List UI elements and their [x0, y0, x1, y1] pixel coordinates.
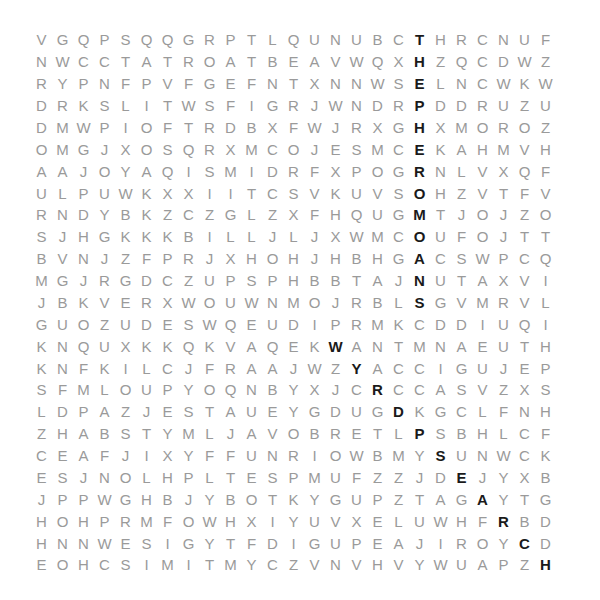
grid-cell-r11c5[interactable]: Z [115, 248, 136, 270]
grid-cell-r21c19[interactable]: J [409, 467, 430, 489]
grid-cell-r1c12[interactable]: L [262, 29, 283, 51]
grid-cell-r14c20[interactable]: D [430, 313, 451, 335]
grid-cell-r5c10[interactable]: D [220, 117, 241, 139]
grid-cell-r22c17[interactable]: P [367, 488, 388, 510]
grid-cell-r8c18[interactable]: S [388, 182, 409, 204]
grid-cell-r11c18[interactable]: G [388, 248, 409, 270]
grid-cell-r14c23[interactable]: U [493, 313, 514, 335]
grid-cell-r17c20[interactable]: A [430, 379, 451, 401]
grid-cell-r8c21[interactable]: Z [451, 182, 472, 204]
grid-cell-r22c20[interactable]: A [430, 488, 451, 510]
grid-cell-r25c21[interactable]: U [451, 554, 472, 576]
grid-cell-r24c11[interactable]: F [241, 532, 262, 554]
grid-cell-r5c25[interactable]: Z [535, 117, 556, 139]
grid-cell-r22c15[interactable]: G [325, 488, 346, 510]
grid-cell-r12c19[interactable]: N [409, 270, 430, 292]
grid-cell-r21c4[interactable]: N [94, 467, 115, 489]
grid-cell-r13c8[interactable]: W [178, 292, 199, 314]
grid-cell-r3c10[interactable]: E [220, 73, 241, 95]
grid-cell-r8c6[interactable]: K [136, 182, 157, 204]
grid-cell-r15c3[interactable]: Q [73, 335, 94, 357]
grid-cell-r11c14[interactable]: J [304, 248, 325, 270]
grid-cell-r12c1[interactable]: M [31, 270, 52, 292]
grid-cell-r23c10[interactable]: H [220, 510, 241, 532]
grid-cell-r16c10[interactable]: R [220, 357, 241, 379]
grid-cell-r1c8[interactable]: G [178, 29, 199, 51]
grid-cell-r20c3[interactable]: A [73, 445, 94, 467]
grid-cell-r19c11[interactable]: A [241, 423, 262, 445]
grid-cell-r14c10[interactable]: Q [220, 313, 241, 335]
grid-cell-r4c4[interactable]: S [94, 95, 115, 117]
grid-cell-r24c12[interactable]: D [262, 532, 283, 554]
grid-cell-r1c15[interactable]: N [325, 29, 346, 51]
grid-cell-r19c9[interactable]: L [199, 423, 220, 445]
grid-cell-r7c23[interactable]: X [493, 160, 514, 182]
grid-cell-r5c6[interactable]: O [136, 117, 157, 139]
grid-cell-r6c15[interactable]: E [325, 138, 346, 160]
grid-cell-r15c4[interactable]: U [94, 335, 115, 357]
grid-cell-r13c24[interactable]: V [514, 292, 535, 314]
grid-cell-r24c3[interactable]: N [73, 532, 94, 554]
grid-cell-r13c12[interactable]: N [262, 292, 283, 314]
grid-cell-r16c14[interactable]: W [304, 357, 325, 379]
grid-cell-r9c7[interactable]: Z [157, 204, 178, 226]
grid-cell-r17c8[interactable]: Y [178, 379, 199, 401]
grid-cell-r15c8[interactable]: Q [178, 335, 199, 357]
grid-cell-r3c16[interactable]: N [346, 73, 367, 95]
grid-cell-r11c12[interactable]: O [262, 248, 283, 270]
grid-cell-r1c20[interactable]: H [430, 29, 451, 51]
grid-cell-r24c24[interactable]: C [514, 532, 535, 554]
grid-cell-r4c17[interactable]: D [367, 95, 388, 117]
grid-cell-r14c9[interactable]: W [199, 313, 220, 335]
grid-cell-r6c2[interactable]: M [52, 138, 73, 160]
grid-cell-r4c25[interactable]: U [535, 95, 556, 117]
grid-cell-r16c11[interactable]: A [241, 357, 262, 379]
grid-cell-r10c4[interactable]: G [94, 226, 115, 248]
grid-cell-r9c6[interactable]: K [136, 204, 157, 226]
grid-cell-r3c3[interactable]: P [73, 73, 94, 95]
grid-cell-r20c25[interactable]: K [535, 445, 556, 467]
grid-cell-r13c3[interactable]: K [73, 292, 94, 314]
grid-cell-r15c21[interactable]: A [451, 335, 472, 357]
grid-cell-r13c4[interactable]: V [94, 292, 115, 314]
grid-cell-r12c23[interactable]: X [493, 270, 514, 292]
grid-cell-r12c9[interactable]: U [199, 270, 220, 292]
grid-cell-r5c16[interactable]: R [346, 117, 367, 139]
grid-cell-r21c14[interactable]: M [304, 467, 325, 489]
grid-cell-r23c5[interactable]: R [115, 510, 136, 532]
grid-cell-r12c10[interactable]: P [220, 270, 241, 292]
grid-cell-r21c11[interactable]: E [241, 467, 262, 489]
grid-cell-r3c9[interactable]: G [199, 73, 220, 95]
grid-cell-r8c9[interactable]: I [199, 182, 220, 204]
grid-cell-r23c17[interactable]: E [367, 510, 388, 532]
grid-cell-r20c20[interactable]: S [430, 445, 451, 467]
grid-cell-r25c20[interactable]: W [430, 554, 451, 576]
grid-cell-r16c21[interactable]: G [451, 357, 472, 379]
grid-cell-r19c7[interactable]: Y [157, 423, 178, 445]
grid-cell-r1c9[interactable]: R [199, 29, 220, 51]
grid-cell-r17c24[interactable]: X [514, 379, 535, 401]
grid-cell-r21c15[interactable]: U [325, 467, 346, 489]
grid-cell-r19c5[interactable]: S [115, 423, 136, 445]
grid-cell-r21c24[interactable]: X [514, 467, 535, 489]
grid-cell-r15c16[interactable]: A [346, 335, 367, 357]
grid-cell-r3c19[interactable]: E [409, 73, 430, 95]
grid-cell-r12c8[interactable]: Z [178, 270, 199, 292]
grid-cell-r13c20[interactable]: G [430, 292, 451, 314]
grid-cell-r17c16[interactable]: C [346, 379, 367, 401]
grid-cell-r13c15[interactable]: J [325, 292, 346, 314]
grid-cell-r6c4[interactable]: J [94, 138, 115, 160]
grid-cell-r3c15[interactable]: N [325, 73, 346, 95]
grid-cell-r17c3[interactable]: M [73, 379, 94, 401]
grid-cell-r13c10[interactable]: U [220, 292, 241, 314]
grid-cell-r18c11[interactable]: U [241, 401, 262, 423]
grid-cell-r2c16[interactable]: W [346, 51, 367, 73]
grid-cell-r12c21[interactable]: T [451, 270, 472, 292]
grid-cell-r21c20[interactable]: D [430, 467, 451, 489]
grid-cell-r11c10[interactable]: X [220, 248, 241, 270]
grid-cell-r4c13[interactable]: R [283, 95, 304, 117]
grid-cell-r20c19[interactable]: Y [409, 445, 430, 467]
grid-cell-r2c14[interactable]: A [304, 51, 325, 73]
grid-cell-r12c15[interactable]: B [325, 270, 346, 292]
grid-cell-r9c12[interactable]: Z [262, 204, 283, 226]
grid-cell-r22c21[interactable]: G [451, 488, 472, 510]
grid-cell-r4c18[interactable]: R [388, 95, 409, 117]
grid-cell-r25c7[interactable]: M [157, 554, 178, 576]
grid-cell-r22c18[interactable]: Z [388, 488, 409, 510]
grid-cell-r15c2[interactable]: N [52, 335, 73, 357]
grid-cell-r10c2[interactable]: J [52, 226, 73, 248]
grid-cell-r22c6[interactable]: H [136, 488, 157, 510]
grid-cell-r11c13[interactable]: H [283, 248, 304, 270]
grid-cell-r25c22[interactable]: A [472, 554, 493, 576]
grid-cell-r19c13[interactable]: O [283, 423, 304, 445]
grid-cell-r4c11[interactable]: I [241, 95, 262, 117]
grid-cell-r13c2[interactable]: B [52, 292, 73, 314]
grid-cell-r4c7[interactable]: T [157, 95, 178, 117]
grid-cell-r9c10[interactable]: G [220, 204, 241, 226]
grid-cell-r4c3[interactable]: K [73, 95, 94, 117]
grid-cell-r21c9[interactable]: L [199, 467, 220, 489]
grid-cell-r25c16[interactable]: V [346, 554, 367, 576]
grid-cell-r4c8[interactable]: W [178, 95, 199, 117]
grid-cell-r5c20[interactable]: X [430, 117, 451, 139]
grid-cell-r17c17[interactable]: R [367, 379, 388, 401]
grid-cell-r10c16[interactable]: W [346, 226, 367, 248]
grid-cell-r10c20[interactable]: U [430, 226, 451, 248]
grid-cell-r2c18[interactable]: X [388, 51, 409, 73]
grid-cell-r2c20[interactable]: Z [430, 51, 451, 73]
grid-cell-r23c12[interactable]: I [262, 510, 283, 532]
grid-cell-r9c16[interactable]: Q [346, 204, 367, 226]
grid-cell-r7c10[interactable]: M [220, 160, 241, 182]
grid-cell-r22c12[interactable]: T [262, 488, 283, 510]
grid-cell-r3c25[interactable]: W [535, 73, 556, 95]
grid-cell-r8c1[interactable]: U [31, 182, 52, 204]
grid-cell-r9c13[interactable]: X [283, 204, 304, 226]
grid-cell-r8c4[interactable]: U [94, 182, 115, 204]
grid-cell-r22c9[interactable]: Y [199, 488, 220, 510]
grid-cell-r16c12[interactable]: A [262, 357, 283, 379]
grid-cell-r9c20[interactable]: T [430, 204, 451, 226]
grid-cell-r9c24[interactable]: Z [514, 204, 535, 226]
grid-cell-r5c15[interactable]: J [325, 117, 346, 139]
grid-cell-r19c3[interactable]: A [73, 423, 94, 445]
grid-cell-r25c1[interactable]: E [31, 554, 52, 576]
grid-cell-r24c19[interactable]: J [409, 532, 430, 554]
grid-cell-r5c19[interactable]: H [409, 117, 430, 139]
grid-cell-r18c13[interactable]: Y [283, 401, 304, 423]
grid-cell-r11c2[interactable]: V [52, 248, 73, 270]
grid-cell-r19c21[interactable]: B [451, 423, 472, 445]
grid-cell-r18c18[interactable]: D [388, 401, 409, 423]
grid-cell-r23c15[interactable]: V [325, 510, 346, 532]
grid-cell-r23c16[interactable]: X [346, 510, 367, 532]
grid-cell-r1c5[interactable]: S [115, 29, 136, 51]
grid-cell-r6c21[interactable]: A [451, 138, 472, 160]
grid-cell-r10c11[interactable]: L [241, 226, 262, 248]
grid-cell-r25c6[interactable]: I [136, 554, 157, 576]
grid-cell-r20c24[interactable]: C [514, 445, 535, 467]
grid-cell-r11c19[interactable]: A [409, 248, 430, 270]
grid-cell-r2c8[interactable]: R [178, 51, 199, 73]
grid-cell-r8c5[interactable]: W [115, 182, 136, 204]
grid-cell-r20c4[interactable]: F [94, 445, 115, 467]
grid-cell-r20c18[interactable]: M [388, 445, 409, 467]
grid-cell-r3c24[interactable]: K [514, 73, 535, 95]
grid-cell-r24c7[interactable]: I [157, 532, 178, 554]
grid-cell-r14c5[interactable]: U [115, 313, 136, 335]
grid-cell-r15c19[interactable]: M [409, 335, 430, 357]
grid-cell-r7c6[interactable]: A [136, 160, 157, 182]
grid-cell-r11c17[interactable]: H [367, 248, 388, 270]
grid-cell-r8c23[interactable]: T [493, 182, 514, 204]
grid-cell-r5c11[interactable]: B [241, 117, 262, 139]
grid-cell-r2c7[interactable]: T [157, 51, 178, 73]
grid-cell-r10c6[interactable]: K [136, 226, 157, 248]
grid-cell-r24c9[interactable]: Y [199, 532, 220, 554]
grid-cell-r3c1[interactable]: R [31, 73, 52, 95]
grid-cell-r20c8[interactable]: Y [178, 445, 199, 467]
grid-cell-r7c21[interactable]: L [451, 160, 472, 182]
grid-cell-r16c13[interactable]: J [283, 357, 304, 379]
grid-cell-r1c16[interactable]: U [346, 29, 367, 51]
grid-cell-r7c12[interactable]: D [262, 160, 283, 182]
grid-cell-r16c9[interactable]: F [199, 357, 220, 379]
grid-cell-r9c25[interactable]: O [535, 204, 556, 226]
grid-cell-r7c11[interactable]: I [241, 160, 262, 182]
grid-cell-r17c11[interactable]: N [241, 379, 262, 401]
grid-cell-r1c14[interactable]: U [304, 29, 325, 51]
grid-cell-r17c15[interactable]: J [325, 379, 346, 401]
grid-cell-r20c6[interactable]: I [136, 445, 157, 467]
grid-cell-r6c3[interactable]: G [73, 138, 94, 160]
grid-cell-r24c6[interactable]: S [136, 532, 157, 554]
grid-cell-r24c23[interactable]: Y [493, 532, 514, 554]
grid-cell-r12c22[interactable]: A [472, 270, 493, 292]
grid-cell-r4c1[interactable]: D [31, 95, 52, 117]
grid-cell-r12c4[interactable]: R [94, 270, 115, 292]
grid-cell-r9c21[interactable]: J [451, 204, 472, 226]
grid-cell-r16c25[interactable]: P [535, 357, 556, 379]
grid-cell-r2c4[interactable]: C [94, 51, 115, 73]
grid-cell-r6c7[interactable]: S [157, 138, 178, 160]
grid-cell-r6c18[interactable]: C [388, 138, 409, 160]
grid-cell-r20c11[interactable]: U [241, 445, 262, 467]
grid-cell-r19c17[interactable]: T [367, 423, 388, 445]
grid-cell-r5c17[interactable]: X [367, 117, 388, 139]
grid-cell-r23c8[interactable]: O [178, 510, 199, 532]
grid-cell-r20c23[interactable]: W [493, 445, 514, 467]
grid-cell-r11c24[interactable]: C [514, 248, 535, 270]
grid-cell-r6c13[interactable]: O [283, 138, 304, 160]
grid-cell-r22c22[interactable]: A [472, 488, 493, 510]
grid-cell-r18c4[interactable]: A [94, 401, 115, 423]
grid-cell-r7c18[interactable]: G [388, 160, 409, 182]
grid-cell-r7c16[interactable]: P [346, 160, 367, 182]
grid-cell-r8c7[interactable]: X [157, 182, 178, 204]
grid-cell-r3c14[interactable]: X [304, 73, 325, 95]
grid-cell-r14c8[interactable]: S [178, 313, 199, 335]
grid-cell-r5c5[interactable]: I [115, 117, 136, 139]
grid-cell-r10c22[interactable]: O [472, 226, 493, 248]
grid-cell-r12c20[interactable]: U [430, 270, 451, 292]
grid-cell-r12c5[interactable]: G [115, 270, 136, 292]
grid-cell-r25c5[interactable]: S [115, 554, 136, 576]
grid-cell-r9c2[interactable]: N [52, 204, 73, 226]
grid-cell-r13c16[interactable]: R [346, 292, 367, 314]
grid-cell-r9c22[interactable]: O [472, 204, 493, 226]
grid-cell-r13c22[interactable]: M [472, 292, 493, 314]
grid-cell-r8c14[interactable]: V [304, 182, 325, 204]
grid-cell-r2c10[interactable]: A [220, 51, 241, 73]
grid-cell-r15c1[interactable]: K [31, 335, 52, 357]
grid-cell-r11c4[interactable]: J [94, 248, 115, 270]
grid-cell-r12c7[interactable]: C [157, 270, 178, 292]
grid-cell-r7c2[interactable]: A [52, 160, 73, 182]
grid-cell-r1c19[interactable]: T [409, 29, 430, 51]
grid-cell-r2c5[interactable]: T [115, 51, 136, 73]
grid-cell-r21c7[interactable]: H [157, 467, 178, 489]
grid-cell-r2c23[interactable]: D [493, 51, 514, 73]
grid-cell-r5c3[interactable]: W [73, 117, 94, 139]
grid-cell-r7c19[interactable]: R [409, 160, 430, 182]
grid-cell-r3c7[interactable]: V [157, 73, 178, 95]
grid-cell-r11c8[interactable]: R [178, 248, 199, 270]
grid-cell-r10c13[interactable]: L [283, 226, 304, 248]
grid-cell-r13c19[interactable]: S [409, 292, 430, 314]
grid-cell-r24c16[interactable]: P [346, 532, 367, 554]
grid-cell-r25c9[interactable]: T [199, 554, 220, 576]
grid-cell-r23c9[interactable]: W [199, 510, 220, 532]
grid-cell-r12c18[interactable]: J [388, 270, 409, 292]
grid-cell-r1c10[interactable]: P [220, 29, 241, 51]
grid-cell-r3c4[interactable]: N [94, 73, 115, 95]
grid-cell-r19c23[interactable]: L [493, 423, 514, 445]
grid-cell-r15c17[interactable]: N [367, 335, 388, 357]
grid-cell-r10c21[interactable]: F [451, 226, 472, 248]
grid-cell-r17c7[interactable]: P [157, 379, 178, 401]
grid-cell-r13c14[interactable]: O [304, 292, 325, 314]
grid-cell-r23c7[interactable]: F [157, 510, 178, 532]
grid-cell-r1c7[interactable]: Q [157, 29, 178, 51]
grid-cell-r3c22[interactable]: C [472, 73, 493, 95]
grid-cell-r23c24[interactable]: B [514, 510, 535, 532]
grid-cell-r16c1[interactable]: K [31, 357, 52, 379]
grid-cell-r8c25[interactable]: V [535, 182, 556, 204]
grid-cell-r21c6[interactable]: L [136, 467, 157, 489]
grid-cell-r17c1[interactable]: S [31, 379, 52, 401]
grid-cell-r7c17[interactable]: O [367, 160, 388, 182]
grid-cell-r5c7[interactable]: F [157, 117, 178, 139]
grid-cell-r21c8[interactable]: P [178, 467, 199, 489]
grid-cell-r24c10[interactable]: T [220, 532, 241, 554]
grid-cell-r14c12[interactable]: U [262, 313, 283, 335]
grid-cell-r19c4[interactable]: B [94, 423, 115, 445]
grid-cell-r14c24[interactable]: Q [514, 313, 535, 335]
grid-cell-r9c4[interactable]: Y [94, 204, 115, 226]
grid-cell-r7c25[interactable]: F [535, 160, 556, 182]
grid-cell-r13c7[interactable]: X [157, 292, 178, 314]
grid-cell-r15c22[interactable]: E [472, 335, 493, 357]
grid-cell-r10c8[interactable]: B [178, 226, 199, 248]
grid-cell-r7c8[interactable]: I [178, 160, 199, 182]
grid-cell-r5c14[interactable]: W [304, 117, 325, 139]
grid-cell-r18c9[interactable]: T [199, 401, 220, 423]
grid-cell-r19c25[interactable]: F [535, 423, 556, 445]
grid-cell-r3c6[interactable]: P [136, 73, 157, 95]
grid-cell-r11c9[interactable]: J [199, 248, 220, 270]
grid-cell-r21c10[interactable]: T [220, 467, 241, 489]
grid-cell-r9c23[interactable]: J [493, 204, 514, 226]
grid-cell-r2c11[interactable]: T [241, 51, 262, 73]
grid-cell-r17c2[interactable]: F [52, 379, 73, 401]
grid-cell-r14c3[interactable]: O [73, 313, 94, 335]
grid-cell-r10c3[interactable]: H [73, 226, 94, 248]
grid-cell-r19c14[interactable]: B [304, 423, 325, 445]
grid-cell-r13c13[interactable]: M [283, 292, 304, 314]
grid-cell-r10c14[interactable]: J [304, 226, 325, 248]
grid-cell-r1c1[interactable]: V [31, 29, 52, 51]
grid-cell-r14c21[interactable]: D [451, 313, 472, 335]
grid-cell-r8c22[interactable]: V [472, 182, 493, 204]
grid-cell-r8c16[interactable]: U [346, 182, 367, 204]
grid-cell-r10c17[interactable]: M [367, 226, 388, 248]
grid-cell-r24c2[interactable]: N [52, 532, 73, 554]
grid-cell-r19c16[interactable]: E [346, 423, 367, 445]
grid-cell-r24c13[interactable]: I [283, 532, 304, 554]
grid-cell-r1c18[interactable]: C [388, 29, 409, 51]
grid-cell-r4c20[interactable]: D [430, 95, 451, 117]
grid-cell-r4c15[interactable]: W [325, 95, 346, 117]
grid-cell-r5c9[interactable]: R [199, 117, 220, 139]
grid-cell-r22c11[interactable]: O [241, 488, 262, 510]
grid-cell-r4c14[interactable]: J [304, 95, 325, 117]
grid-cell-r6c6[interactable]: O [136, 138, 157, 160]
grid-cell-r16c17[interactable]: A [367, 357, 388, 379]
grid-cell-r25c10[interactable]: M [220, 554, 241, 576]
grid-cell-r18c20[interactable]: G [430, 401, 451, 423]
grid-cell-r18c16[interactable]: U [346, 401, 367, 423]
grid-cell-r11c11[interactable]: H [241, 248, 262, 270]
grid-cell-r7c24[interactable]: Q [514, 160, 535, 182]
grid-cell-r1c13[interactable]: Q [283, 29, 304, 51]
grid-cell-r7c4[interactable]: O [94, 160, 115, 182]
